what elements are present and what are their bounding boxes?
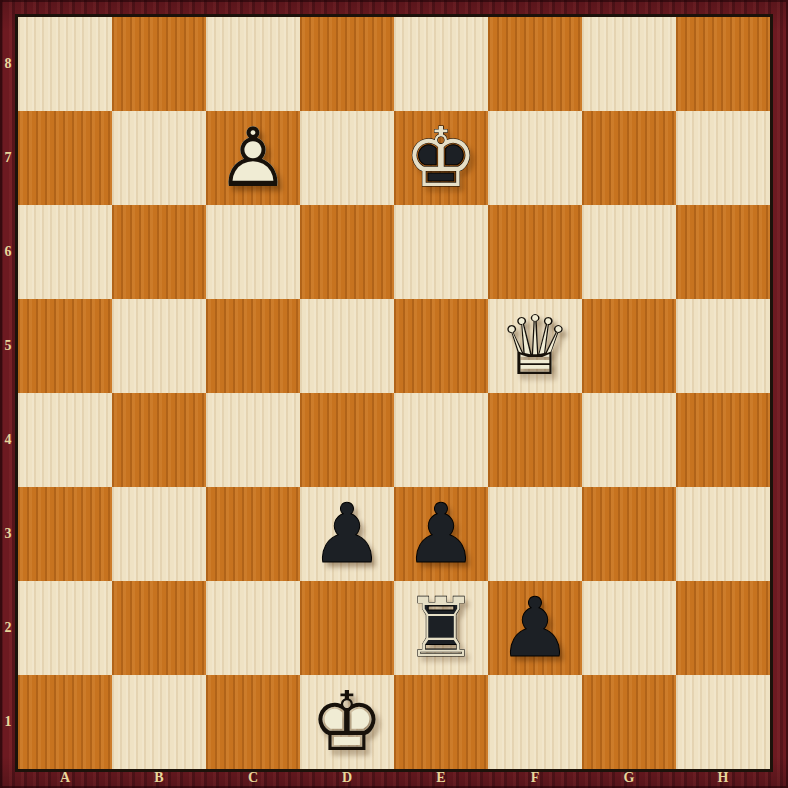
square-c4[interactable]: [206, 393, 300, 487]
square-d1[interactable]: ♚♔: [300, 675, 394, 769]
white-king-outline: ♔: [300, 675, 394, 769]
square-f5[interactable]: ♛♕: [488, 299, 582, 393]
square-c5[interactable]: [206, 299, 300, 393]
black-rook-outline: ♖: [394, 581, 488, 675]
black-pawn[interactable]: ♟: [394, 487, 488, 581]
square-f4[interactable]: [488, 393, 582, 487]
rank-label-3: 3: [0, 487, 16, 581]
rank-label-1: 1: [0, 675, 16, 769]
square-f7[interactable]: [488, 111, 582, 205]
square-a5[interactable]: [18, 299, 112, 393]
file-label-d: D: [300, 769, 394, 788]
square-d7[interactable]: [300, 111, 394, 205]
file-label-f: F: [488, 769, 582, 788]
chess-board: ♟♙♚♔♛♕♟♟♜♖♟♚♔: [15, 14, 773, 772]
rank-label-8: 8: [0, 17, 16, 111]
file-label-c: C: [206, 769, 300, 788]
black-king[interactable]: ♚♔: [394, 111, 488, 205]
file-label-b: B: [112, 769, 206, 788]
black-pawn[interactable]: ♟: [488, 581, 582, 675]
black-pawn-glyph: ♟: [300, 487, 394, 581]
square-g6[interactable]: [582, 205, 676, 299]
square-g7[interactable]: [582, 111, 676, 205]
black-rook[interactable]: ♜♖: [394, 581, 488, 675]
square-f6[interactable]: [488, 205, 582, 299]
square-c8[interactable]: [206, 17, 300, 111]
square-d2[interactable]: [300, 581, 394, 675]
square-h4[interactable]: [676, 393, 770, 487]
black-king-outline: ♔: [394, 111, 488, 205]
rank-label-7: 7: [0, 111, 16, 205]
square-d6[interactable]: [300, 205, 394, 299]
square-d4[interactable]: [300, 393, 394, 487]
white-pawn-outline: ♙: [206, 111, 300, 205]
square-h8[interactable]: [676, 17, 770, 111]
square-b2[interactable]: [112, 581, 206, 675]
square-g2[interactable]: [582, 581, 676, 675]
square-h1[interactable]: [676, 675, 770, 769]
file-label-h: H: [676, 769, 770, 788]
white-pawn[interactable]: ♟♙: [206, 111, 300, 205]
white-queen[interactable]: ♛♕: [488, 299, 582, 393]
square-b8[interactable]: [112, 17, 206, 111]
square-e4[interactable]: [394, 393, 488, 487]
square-d5[interactable]: [300, 299, 394, 393]
square-c2[interactable]: [206, 581, 300, 675]
rank-label-4: 4: [0, 393, 16, 487]
file-label-a: A: [18, 769, 112, 788]
file-label-e: E: [394, 769, 488, 788]
square-b5[interactable]: [112, 299, 206, 393]
square-e8[interactable]: [394, 17, 488, 111]
square-e6[interactable]: [394, 205, 488, 299]
square-f3[interactable]: [488, 487, 582, 581]
black-pawn-glyph: ♟: [394, 487, 488, 581]
square-g8[interactable]: [582, 17, 676, 111]
square-b6[interactable]: [112, 205, 206, 299]
rank-label-5: 5: [0, 299, 16, 393]
square-g1[interactable]: [582, 675, 676, 769]
square-a4[interactable]: [18, 393, 112, 487]
square-c3[interactable]: [206, 487, 300, 581]
white-king[interactable]: ♚♔: [300, 675, 394, 769]
square-g5[interactable]: [582, 299, 676, 393]
rank-coordinates: 87654321: [0, 0, 15, 788]
rank-label-2: 2: [0, 581, 16, 675]
square-a8[interactable]: [18, 17, 112, 111]
square-h5[interactable]: [676, 299, 770, 393]
square-f1[interactable]: [488, 675, 582, 769]
square-d8[interactable]: [300, 17, 394, 111]
rank-label-6: 6: [0, 205, 16, 299]
square-h6[interactable]: [676, 205, 770, 299]
square-a1[interactable]: [18, 675, 112, 769]
square-e7[interactable]: ♚♔: [394, 111, 488, 205]
black-pawn-glyph: ♟: [488, 581, 582, 675]
square-h7[interactable]: [676, 111, 770, 205]
square-c7[interactable]: ♟♙: [206, 111, 300, 205]
square-g4[interactable]: [582, 393, 676, 487]
square-f8[interactable]: [488, 17, 582, 111]
square-a3[interactable]: [18, 487, 112, 581]
square-e3[interactable]: ♟: [394, 487, 488, 581]
file-coordinates: ABCDEFGH: [0, 769, 788, 788]
square-d3[interactable]: ♟: [300, 487, 394, 581]
square-e5[interactable]: [394, 299, 488, 393]
square-h2[interactable]: [676, 581, 770, 675]
square-b7[interactable]: [112, 111, 206, 205]
square-c6[interactable]: [206, 205, 300, 299]
square-h3[interactable]: [676, 487, 770, 581]
square-a6[interactable]: [18, 205, 112, 299]
square-g3[interactable]: [582, 487, 676, 581]
square-e1[interactable]: [394, 675, 488, 769]
square-a2[interactable]: [18, 581, 112, 675]
square-f2[interactable]: ♟: [488, 581, 582, 675]
file-label-g: G: [582, 769, 676, 788]
square-b1[interactable]: [112, 675, 206, 769]
square-c1[interactable]: [206, 675, 300, 769]
white-queen-outline: ♕: [488, 299, 582, 393]
square-b3[interactable]: [112, 487, 206, 581]
square-b4[interactable]: [112, 393, 206, 487]
square-a7[interactable]: [18, 111, 112, 205]
black-pawn[interactable]: ♟: [300, 487, 394, 581]
square-e2[interactable]: ♜♖: [394, 581, 488, 675]
